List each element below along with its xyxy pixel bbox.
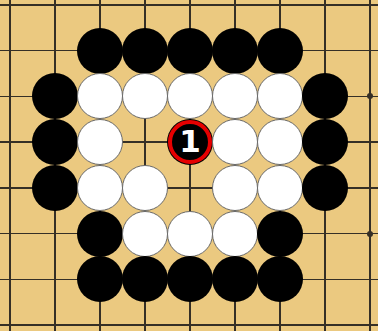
black-stone[interactable] xyxy=(302,119,348,165)
star-point-icon xyxy=(367,93,373,99)
black-stone[interactable] xyxy=(257,28,303,74)
white-stone[interactable] xyxy=(122,73,168,119)
black-stone[interactable] xyxy=(167,256,213,302)
black-stone[interactable] xyxy=(32,73,78,119)
move-number-label: 1 xyxy=(179,126,201,157)
black-stone[interactable] xyxy=(167,28,213,74)
black-stone[interactable] xyxy=(257,256,303,302)
white-stone[interactable] xyxy=(77,73,123,119)
black-stone[interactable] xyxy=(77,28,123,74)
black-stone[interactable] xyxy=(302,165,348,211)
black-stone[interactable] xyxy=(257,211,303,257)
black-stone[interactable] xyxy=(77,256,123,302)
white-stone[interactable] xyxy=(212,119,258,165)
white-stone[interactable] xyxy=(77,165,123,211)
black-stone[interactable] xyxy=(122,28,168,74)
black-stone[interactable] xyxy=(32,119,78,165)
black-stone[interactable] xyxy=(302,73,348,119)
black-stone[interactable] xyxy=(212,256,258,302)
white-stone[interactable] xyxy=(122,211,168,257)
white-stone[interactable] xyxy=(167,73,213,119)
black-stone[interactable] xyxy=(77,211,123,257)
white-stone[interactable] xyxy=(212,211,258,257)
white-stone[interactable] xyxy=(122,165,168,211)
marked-black-stone-move-1[interactable]: 1 xyxy=(167,119,213,165)
white-stone[interactable] xyxy=(167,211,213,257)
white-stone[interactable] xyxy=(257,165,303,211)
black-stone[interactable] xyxy=(32,165,78,211)
black-stone[interactable] xyxy=(212,28,258,74)
white-stone[interactable] xyxy=(257,73,303,119)
board-gridline-horizontal xyxy=(0,324,378,325)
white-stone[interactable] xyxy=(212,73,258,119)
star-point-icon xyxy=(367,231,373,237)
white-stone[interactable] xyxy=(212,165,258,211)
white-stone[interactable] xyxy=(77,119,123,165)
board-gridline-horizontal xyxy=(0,4,378,5)
white-stone[interactable] xyxy=(257,119,303,165)
go-board[interactable]: 1 xyxy=(0,0,378,331)
black-stone[interactable] xyxy=(122,256,168,302)
